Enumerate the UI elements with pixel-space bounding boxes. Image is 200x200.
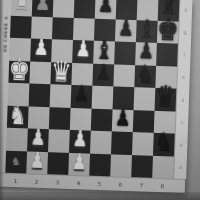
square-h8: ♜ [158, 0, 180, 21]
white-pawn-h2: ♟ [35, 0, 51, 17]
square-h5: ♟ [95, 0, 117, 19]
chessboard-photo: ⊕ US CHESS ♜♟♟♜♟♝♚♟♟♝♟♚♛♟♞♟♛♞♟♟♟♞♞♟♟ hgf… [0, 0, 200, 200]
square-g5 [94, 18, 116, 41]
file-label-b: b [175, 134, 188, 157]
square-b6 [111, 131, 133, 154]
square-d4: ♟ [71, 85, 93, 108]
black-pawn-h5: ♟ [98, 0, 114, 19]
rank-label-5: 5 [89, 180, 110, 187]
square-b8: ♞ [153, 133, 175, 156]
square-f2: ♟ [30, 39, 52, 62]
square-d3 [50, 84, 72, 107]
square-f4: ♟ [72, 40, 94, 63]
square-c5 [91, 108, 113, 131]
square-f1 [9, 38, 31, 61]
registered-mark-icon: ⊕ [4, 15, 8, 21]
square-c3 [49, 107, 71, 130]
file-label-g: g [179, 21, 192, 44]
white-rook-h1: ♜ [13, 0, 30, 16]
square-d2 [29, 83, 51, 106]
rank-label-7: 7 [131, 182, 152, 189]
square-g1 [10, 15, 32, 38]
square-h7 [137, 0, 159, 20]
square-b1 [6, 128, 28, 151]
file-label-f: f [178, 44, 191, 67]
square-a8 [152, 155, 174, 178]
board-wrap: ⊕ US CHESS ♜♟♟♜♟♝♚♟♟♝♟♚♛♟♞♟♛♞♟♟♟♞♞♟♟ hgf… [0, 0, 191, 193]
square-f6 [114, 41, 136, 64]
square-g6: ♟ [115, 19, 137, 42]
square-a1: ♞ [5, 150, 27, 173]
square-d6 [113, 86, 135, 109]
square-a4: ♟ [68, 152, 90, 175]
square-a6 [110, 154, 132, 177]
square-d1 [8, 83, 30, 106]
square-h3 [53, 0, 75, 17]
square-a3 [47, 152, 69, 175]
square-b5 [90, 131, 112, 154]
rank-label-2: 2 [26, 178, 47, 185]
square-e7: ♞ [134, 65, 156, 88]
square-c8 [154, 110, 176, 133]
rank-label-6: 6 [110, 181, 131, 188]
square-g2 [31, 16, 53, 39]
us-chess-brand-text: US CHESS [2, 23, 8, 53]
square-d7 [134, 87, 156, 110]
file-label-d: d [177, 89, 190, 112]
square-c7 [133, 110, 155, 133]
us-chess-knight-logo-icon: ♞ [11, 156, 21, 167]
square-d8: ♛ [155, 88, 177, 111]
table-edge-shadow [0, 192, 200, 200]
square-e6 [113, 64, 135, 87]
rank-label-4: 4 [68, 179, 89, 186]
rank-label-1: 1 [5, 177, 26, 184]
square-b4: ♟ [69, 130, 91, 153]
chess-board: ⊕ US CHESS ♜♟♟♜♟♝♚♟♟♝♟♚♛♟♞♟♛♞♟♟♟♞♞♟♟ hgf… [0, 0, 191, 193]
square-e3: ♛ [50, 62, 72, 85]
rank-label-3: 3 [47, 179, 68, 186]
black-rook-h8: ♜ [160, 0, 177, 22]
square-e4 [71, 62, 93, 85]
square-c1: ♞ [7, 105, 29, 128]
square-g7: ♝ [136, 20, 158, 43]
square-d5 [92, 86, 114, 109]
square-e5: ♟ [92, 63, 114, 86]
square-h1: ♜ [11, 0, 33, 16]
square-h4 [74, 0, 96, 18]
file-label-a: a [174, 156, 187, 179]
board-grid: ♜♟♟♜♟♝♚♟♟♝♟♚♛♟♞♟♛♞♟♟♟♞♞♟♟ [5, 0, 179, 179]
square-a2: ♟ [26, 151, 48, 174]
square-h2: ♟ [32, 0, 54, 17]
square-g8: ♚ [157, 20, 179, 43]
file-label-h: h [180, 0, 193, 22]
square-b2: ♟ [27, 128, 49, 151]
square-b7 [132, 132, 154, 155]
file-label-c: c [176, 111, 189, 134]
square-c4 [70, 107, 92, 130]
file-label-e: e [177, 66, 190, 89]
square-b3 [48, 129, 70, 152]
square-e2 [29, 61, 51, 84]
square-c2 [28, 106, 50, 129]
square-c6: ♟ [112, 109, 134, 132]
square-f7: ♟ [135, 42, 157, 65]
square-f5: ♝ [93, 41, 115, 64]
square-f3 [51, 39, 73, 62]
square-e1: ♚ [8, 60, 30, 83]
rank-label-8: 8 [152, 182, 173, 189]
square-a7 [131, 155, 153, 178]
square-h6 [116, 0, 138, 20]
square-g4 [73, 17, 95, 40]
square-a5 [89, 153, 111, 176]
square-f8 [156, 43, 178, 66]
square-e8 [155, 65, 177, 88]
square-g3 [52, 17, 74, 40]
